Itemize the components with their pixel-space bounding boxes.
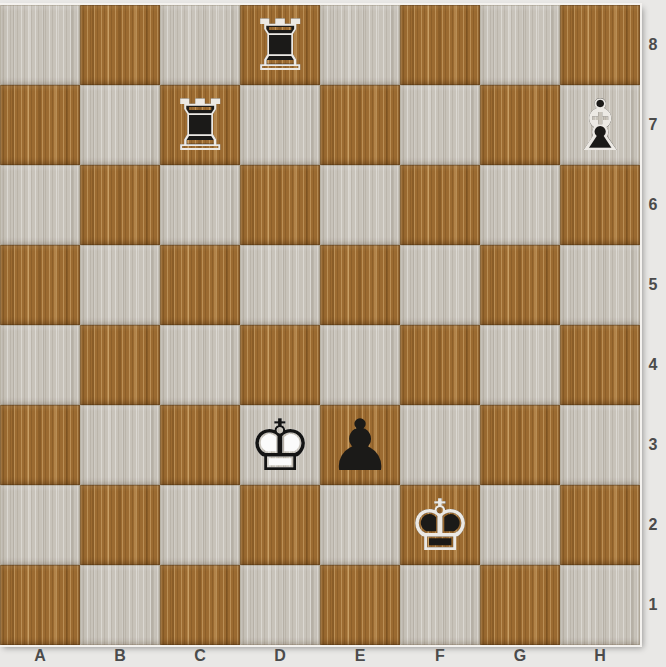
square-d8[interactable]: ♜♖ bbox=[240, 5, 320, 85]
square-a5[interactable] bbox=[0, 245, 80, 325]
square-a1[interactable] bbox=[0, 565, 80, 645]
square-f7[interactable] bbox=[400, 85, 480, 165]
file-label-c: C bbox=[160, 645, 240, 667]
square-h2[interactable] bbox=[560, 485, 640, 565]
black-rook-outline-glyph: ♖ bbox=[240, 5, 320, 85]
square-g7[interactable] bbox=[480, 85, 560, 165]
square-e1[interactable] bbox=[320, 565, 400, 645]
square-h5[interactable] bbox=[560, 245, 640, 325]
square-g8[interactable] bbox=[480, 5, 560, 85]
file-label-h: H bbox=[560, 645, 640, 667]
square-c5[interactable] bbox=[160, 245, 240, 325]
square-d7[interactable] bbox=[240, 85, 320, 165]
square-e4[interactable] bbox=[320, 325, 400, 405]
square-f8[interactable] bbox=[400, 5, 480, 85]
square-b1[interactable] bbox=[80, 565, 160, 645]
square-b6[interactable] bbox=[80, 165, 160, 245]
square-e3[interactable]: ♟ bbox=[320, 405, 400, 485]
square-a2[interactable] bbox=[0, 485, 80, 565]
black-bishop-outline-glyph: ♗ bbox=[560, 85, 640, 165]
square-f5[interactable] bbox=[400, 245, 480, 325]
square-a7[interactable] bbox=[0, 85, 80, 165]
square-c6[interactable] bbox=[160, 165, 240, 245]
black-pawn-glyph: ♟ bbox=[320, 405, 400, 485]
piece-black-bishop[interactable]: ♝♗ bbox=[560, 85, 640, 165]
piece-white-king[interactable]: ♚♔ bbox=[240, 405, 320, 485]
square-b8[interactable] bbox=[80, 5, 160, 85]
rank-label-2: 2 bbox=[640, 485, 666, 565]
square-h4[interactable] bbox=[560, 325, 640, 405]
square-h6[interactable] bbox=[560, 165, 640, 245]
square-d3[interactable]: ♚♔ bbox=[240, 405, 320, 485]
square-c1[interactable] bbox=[160, 565, 240, 645]
rank-label-3: 3 bbox=[640, 405, 666, 485]
file-label-a: A bbox=[0, 645, 80, 667]
square-b4[interactable] bbox=[80, 325, 160, 405]
file-label-f: F bbox=[400, 645, 480, 667]
square-d1[interactable] bbox=[240, 565, 320, 645]
square-f4[interactable] bbox=[400, 325, 480, 405]
square-d5[interactable] bbox=[240, 245, 320, 325]
square-b7[interactable] bbox=[80, 85, 160, 165]
square-b3[interactable] bbox=[80, 405, 160, 485]
square-a8[interactable] bbox=[0, 5, 80, 85]
file-label-d: D bbox=[240, 645, 320, 667]
square-g4[interactable] bbox=[480, 325, 560, 405]
square-g3[interactable] bbox=[480, 405, 560, 485]
square-d6[interactable] bbox=[240, 165, 320, 245]
square-h7[interactable]: ♝♗ bbox=[560, 85, 640, 165]
square-b5[interactable] bbox=[80, 245, 160, 325]
square-h1[interactable] bbox=[560, 565, 640, 645]
chess-board: ♜♖♜♖♝♗♚♔♟♚♔ bbox=[0, 5, 640, 645]
square-g2[interactable] bbox=[480, 485, 560, 565]
piece-black-rook[interactable]: ♜♖ bbox=[160, 85, 240, 165]
board-container: ♜♖♜♖♝♗♚♔♟♚♔ 87654321 ABCDEFGH bbox=[0, 0, 666, 667]
piece-black-pawn[interactable]: ♟ bbox=[320, 405, 400, 485]
black-rook-outline-glyph: ♖ bbox=[160, 85, 240, 165]
square-a3[interactable] bbox=[0, 405, 80, 485]
black-king-outline-glyph: ♔ bbox=[400, 485, 480, 565]
rank-label-6: 6 bbox=[640, 165, 666, 245]
square-c4[interactable] bbox=[160, 325, 240, 405]
square-d4[interactable] bbox=[240, 325, 320, 405]
rank-label-4: 4 bbox=[640, 325, 666, 405]
square-e8[interactable] bbox=[320, 5, 400, 85]
square-g6[interactable] bbox=[480, 165, 560, 245]
square-c8[interactable] bbox=[160, 5, 240, 85]
square-f1[interactable] bbox=[400, 565, 480, 645]
file-label-e: E bbox=[320, 645, 400, 667]
piece-black-rook[interactable]: ♜♖ bbox=[240, 5, 320, 85]
file-label-b: B bbox=[80, 645, 160, 667]
rank-label-8: 8 bbox=[640, 5, 666, 85]
square-e2[interactable] bbox=[320, 485, 400, 565]
square-e6[interactable] bbox=[320, 165, 400, 245]
square-f6[interactable] bbox=[400, 165, 480, 245]
square-h8[interactable] bbox=[560, 5, 640, 85]
square-c3[interactable] bbox=[160, 405, 240, 485]
square-b2[interactable] bbox=[80, 485, 160, 565]
square-f3[interactable] bbox=[400, 405, 480, 485]
rank-label-5: 5 bbox=[640, 245, 666, 325]
square-a6[interactable] bbox=[0, 165, 80, 245]
square-h3[interactable] bbox=[560, 405, 640, 485]
square-a4[interactable] bbox=[0, 325, 80, 405]
rank-label-7: 7 bbox=[640, 85, 666, 165]
square-f2[interactable]: ♚♔ bbox=[400, 485, 480, 565]
square-g5[interactable] bbox=[480, 245, 560, 325]
square-c2[interactable] bbox=[160, 485, 240, 565]
square-e7[interactable] bbox=[320, 85, 400, 165]
white-king-outline-glyph: ♔ bbox=[240, 405, 320, 485]
file-label-g: G bbox=[480, 645, 560, 667]
rank-label-1: 1 bbox=[640, 565, 666, 645]
square-d2[interactable] bbox=[240, 485, 320, 565]
square-g1[interactable] bbox=[480, 565, 560, 645]
square-c7[interactable]: ♜♖ bbox=[160, 85, 240, 165]
piece-black-king[interactable]: ♚♔ bbox=[400, 485, 480, 565]
square-e5[interactable] bbox=[320, 245, 400, 325]
